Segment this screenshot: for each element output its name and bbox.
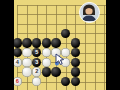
- black-stone: [71, 38, 80, 47]
- black-stone: 5: [32, 48, 41, 57]
- white-stone: [42, 58, 51, 67]
- white-stone: [32, 77, 41, 86]
- white-stone: [61, 58, 70, 67]
- black-stone: 3: [32, 58, 41, 67]
- black-stone: [71, 58, 80, 67]
- move-number-label: 4: [16, 59, 19, 65]
- white-stone: [22, 48, 31, 57]
- black-stone: [22, 38, 31, 47]
- black-stone: [51, 38, 60, 47]
- move-number-label: 5: [35, 50, 38, 56]
- move-number-label: 3: [35, 59, 38, 65]
- white-stone: 6: [13, 77, 22, 86]
- grid-line: [17, 24, 106, 25]
- move-number-label: 2: [35, 69, 38, 75]
- white-stone: [22, 67, 31, 76]
- white-stone: [51, 48, 60, 57]
- letterbox-right: [106, 0, 120, 90]
- video-frame: 54326: [0, 0, 120, 90]
- move-number-label: 6: [16, 79, 19, 85]
- letterbox-left: [0, 0, 14, 90]
- white-stone: [22, 58, 31, 67]
- black-stone: [51, 67, 60, 76]
- black-stone: [42, 38, 51, 47]
- presenter-avatar[interactable]: [79, 2, 100, 23]
- white-stone: 2: [32, 67, 41, 76]
- black-stone: [71, 48, 80, 57]
- black-stone: [61, 29, 70, 38]
- black-stone: [13, 48, 22, 57]
- white-stone: [61, 48, 70, 57]
- avatar-photo: [80, 3, 98, 21]
- black-stone: [32, 38, 41, 47]
- black-stone: [71, 77, 80, 86]
- black-stone: [42, 67, 51, 76]
- white-stone: 4: [13, 58, 22, 67]
- black-stone: [13, 38, 22, 47]
- white-stone: [42, 48, 51, 57]
- black-stone: [61, 77, 70, 86]
- black-stone: [71, 67, 80, 76]
